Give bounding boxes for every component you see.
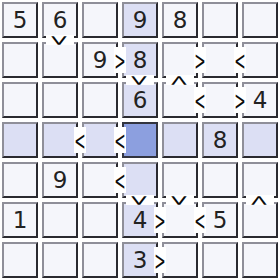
cell-r5c5[interactable]	[162, 162, 198, 198]
cell-r4c7[interactable]	[242, 122, 278, 158]
cell-r6c2[interactable]	[42, 202, 78, 238]
less-than-sign-icon-r2-c6c7: <	[234, 47, 246, 73]
cell-r3c1[interactable]	[2, 82, 38, 118]
cell-r4c2[interactable]	[42, 122, 78, 158]
cell-r4c5[interactable]	[162, 122, 198, 158]
cell-r1c2[interactable]: 6	[42, 2, 78, 38]
cell-r3c4[interactable]: 6	[122, 82, 158, 118]
greater-than-sign-icon-r3-c6c7: >	[234, 87, 246, 113]
cell-r7c7[interactable]	[242, 242, 278, 278]
cell-r6c5[interactable]	[162, 202, 198, 238]
cell-r4c1[interactable]	[2, 122, 38, 158]
cell-r4c6[interactable]: 8	[202, 122, 238, 158]
cell-r6c7[interactable]	[242, 202, 278, 238]
less-than-sign-icon-r4-c2c3: <	[74, 127, 86, 153]
greater-than-sign-icon-r2-c5c6: >	[194, 47, 206, 73]
cell-r7c5[interactable]	[162, 242, 198, 278]
cell-r5c3[interactable]	[82, 162, 118, 198]
greater-than-sign-icon-c4-r2r3: >	[126, 75, 154, 85]
cell-r5c4[interactable]	[122, 162, 158, 198]
cell-r5c1[interactable]	[2, 162, 38, 198]
greater-than-sign-icon-c2-r1r2: >	[46, 35, 74, 45]
cell-r1c3[interactable]	[82, 2, 118, 38]
cell-r1c7[interactable]	[242, 2, 278, 38]
less-than-sign-icon-c7-r5r6: <	[246, 195, 274, 205]
cell-r7c3[interactable]	[82, 242, 118, 278]
cell-r6c3[interactable]	[82, 202, 118, 238]
less-than-sign-icon-r3-c5c6: <	[194, 87, 206, 113]
cell-r5c6[interactable]	[202, 162, 238, 198]
less-than-sign-icon-r5-c3c4: <	[114, 167, 126, 193]
cell-r2c5[interactable]	[162, 42, 198, 78]
cell-r2c4[interactable]: 8	[122, 42, 158, 78]
cell-r3c6[interactable]	[202, 82, 238, 118]
greater-than-sign-icon-r6-c4c5: >	[154, 207, 166, 233]
cell-r5c7[interactable]	[242, 162, 278, 198]
cell-r7c4[interactable]: 3	[122, 242, 158, 278]
cell-r1c6[interactable]	[202, 2, 238, 38]
cell-r2c3[interactable]: 9	[82, 42, 118, 78]
less-than-sign-icon-r4-c3c4: <	[114, 127, 126, 153]
cell-r6c6[interactable]: 5	[202, 202, 238, 238]
cell-r2c1[interactable]	[2, 42, 38, 78]
cell-r2c7[interactable]	[242, 42, 278, 78]
cell-r7c2[interactable]	[42, 242, 78, 278]
greater-than-sign-icon-r7-c4c5: >	[154, 247, 166, 273]
less-than-sign-icon-r6-c5c6: <	[194, 207, 206, 233]
cell-r2c6[interactable]	[202, 42, 238, 78]
cell-r3c3[interactable]	[82, 82, 118, 118]
greater-than-sign-icon-r2-c3c4: >	[114, 47, 126, 73]
cell-r1c4[interactable]: 9	[122, 2, 158, 38]
cell-r3c7[interactable]: 4	[242, 82, 278, 118]
cell-r7c1[interactable]	[2, 242, 38, 278]
cell-r4c3[interactable]	[82, 122, 118, 158]
cell-r5c2[interactable]: 9	[42, 162, 78, 198]
cell-r6c4[interactable]: 4	[122, 202, 158, 238]
cell-r4c4[interactable]	[122, 122, 158, 158]
cell-r1c5[interactable]: 8	[162, 2, 198, 38]
greater-than-sign-icon-c5-r5r6: >	[166, 195, 194, 205]
greater-than-sign-icon-c4-r5r6: >	[126, 195, 154, 205]
less-than-sign-icon-c5-r2r3: <	[166, 75, 194, 85]
cell-r3c5[interactable]	[162, 82, 198, 118]
cell-r2c2[interactable]	[42, 42, 78, 78]
cell-r1c1[interactable]: 5	[2, 2, 38, 38]
cell-r6c1[interactable]: 1	[2, 202, 38, 238]
cell-r3c2[interactable]	[42, 82, 78, 118]
futoshiki-board: 56989864891453>><<><<<><>>><>><	[0, 0, 280, 280]
cell-r7c6[interactable]	[202, 242, 238, 278]
